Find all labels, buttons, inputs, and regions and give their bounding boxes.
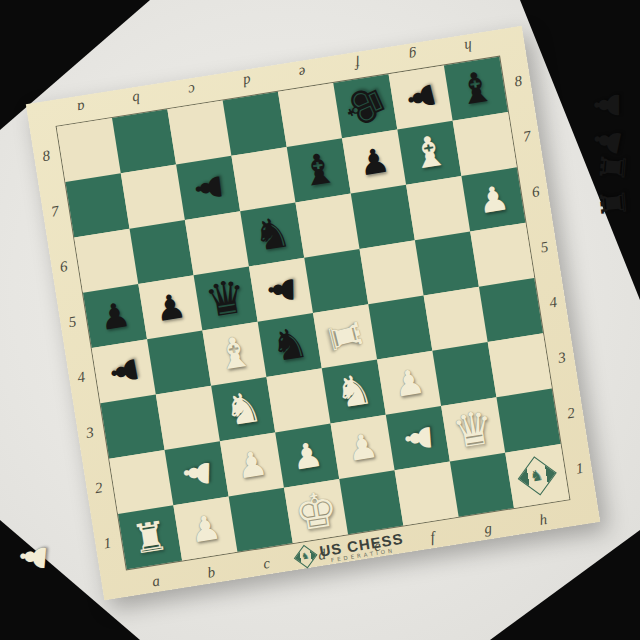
black-bishop: ♝ [454, 65, 498, 112]
black-bishop: ♝ [297, 147, 341, 194]
square-e5 [304, 249, 368, 313]
white-knight: ♞ [221, 385, 265, 432]
square-g4 [424, 287, 488, 351]
black-pawn-lying: ♟ [189, 171, 226, 205]
square-a8 [57, 118, 121, 182]
black-pawn: ♟ [153, 288, 188, 326]
square-f8: ♚ [333, 74, 397, 138]
square-e4: ♜ [313, 304, 377, 368]
square-d8 [223, 92, 287, 156]
square-g5 [415, 231, 479, 295]
square-b2: ♟ [165, 441, 229, 505]
square-d4: ♞ [258, 313, 322, 377]
square-c1 [229, 488, 293, 552]
square-f2: ♟ [386, 406, 450, 470]
square-f3: ♟ [377, 351, 441, 415]
white-pawn: ♟ [290, 436, 325, 474]
square-f5 [360, 240, 424, 304]
square-g7: ♝ [397, 121, 461, 185]
captured-black-pawns: ♟♟ [592, 88, 622, 158]
square-b1: ♟ [173, 496, 237, 560]
square-b4 [147, 331, 211, 395]
black-rook-captured: ♜ [594, 186, 631, 219]
captured-black-rooks: ♜♜ [598, 150, 628, 220]
white-pawn: ♟ [345, 428, 380, 466]
square-e2: ♟ [331, 415, 395, 479]
square-a4: ♟ [92, 339, 156, 403]
square-a2 [109, 450, 173, 514]
white-bishop: ♝ [213, 330, 257, 377]
square-a7 [65, 173, 129, 237]
white-pawn-lying: ♟ [400, 422, 436, 455]
white-pawn: ♟ [476, 180, 511, 218]
black-king-lying: ♚ [335, 77, 396, 136]
black-pawn-lying: ♟ [400, 79, 440, 117]
square-d7 [231, 147, 295, 211]
square-a1: ♜ [118, 505, 182, 569]
square-g6 [406, 176, 470, 240]
square-g8: ♟ [389, 65, 453, 129]
square-d6: ♞ [240, 202, 304, 266]
square-b7 [121, 165, 185, 229]
square-d3 [266, 368, 330, 432]
uscf-corner-emblem: ♞ [505, 444, 569, 508]
square-a6 [74, 229, 138, 293]
black-queen: ♛ [202, 273, 250, 325]
black-knight: ♞ [250, 211, 294, 258]
square-h7 [453, 112, 517, 176]
square-b6 [130, 220, 194, 284]
white-pawn: ♟ [234, 445, 269, 483]
square-b3 [156, 386, 220, 450]
square-d1: ♚ [284, 479, 348, 543]
square-a3 [101, 395, 165, 459]
knight-icon: ♞ [301, 551, 310, 561]
square-g1 [450, 453, 514, 517]
square-h1: ♞ [505, 444, 569, 508]
white-bishop: ♝ [407, 129, 451, 176]
square-c3: ♞ [211, 377, 275, 441]
square-h5 [470, 223, 534, 287]
black-pawn-captured: ♟ [590, 90, 624, 120]
square-d2: ♟ [275, 424, 339, 488]
white-rook: ♜ [129, 515, 171, 560]
square-c8 [167, 101, 231, 165]
square-h6: ♟ [461, 167, 525, 231]
square-c2: ♟ [220, 432, 284, 496]
white-knight: ♞ [332, 368, 376, 415]
square-c4: ♝ [202, 322, 266, 386]
black-knight: ♞ [268, 321, 312, 368]
black-pawn-lying: ♟ [264, 274, 299, 305]
white-queen: ♛ [449, 403, 497, 455]
square-a5: ♟ [83, 284, 147, 348]
square-c6 [185, 211, 249, 275]
square-e1 [339, 470, 403, 534]
square-h8: ♝ [444, 57, 508, 121]
square-c5: ♛ [194, 266, 258, 330]
chess-board: abcdefgh abcdefgh 87654321 87654321 ♚♟♝♟… [26, 26, 600, 600]
square-e6 [295, 194, 359, 258]
square-h4 [479, 278, 543, 342]
square-d5: ♟ [249, 258, 313, 322]
square-f1 [395, 461, 459, 525]
square-e3: ♞ [322, 360, 386, 424]
square-e7: ♝ [287, 138, 351, 202]
black-rook-captured: ♜ [594, 150, 631, 183]
black-pawn: ♟ [356, 142, 391, 180]
white-king: ♚ [291, 484, 341, 538]
board-border: abcdefgh abcdefgh 87654321 87654321 ♚♟♝♟… [26, 26, 600, 600]
white-pawn: ♟ [391, 364, 426, 402]
white-rook-lying: ♜ [321, 314, 368, 358]
black-pawn: ♟ [97, 297, 132, 335]
square-f6 [351, 185, 415, 249]
square-b5: ♟ [138, 275, 202, 339]
square-b8 [112, 109, 176, 173]
white-pawn-lying: ♟ [179, 458, 214, 489]
black-pawn-lying: ♟ [104, 353, 143, 389]
square-c7: ♟ [176, 156, 240, 220]
photo-scene: { "game": "chess", "scene_note": "Overhe… [0, 0, 640, 640]
knight-icon: ♞ [529, 467, 545, 484]
offboard-white-pawn: ♟ [18, 540, 48, 574]
white-pawn: ♟ [188, 509, 223, 547]
square-g2: ♛ [441, 397, 505, 461]
square-f4 [368, 295, 432, 359]
square-h2 [496, 389, 560, 453]
square-e8 [278, 83, 342, 147]
board-grid: ♚♟♝♟♝♟♝♞♟♟♟♛♟♟♝♞♜♞♞♟♟♟♟♟♟♛♜♟♚♞ [56, 56, 571, 571]
square-f7: ♟ [342, 130, 406, 194]
white-pawn-captured: ♟ [15, 540, 52, 573]
square-h3 [488, 333, 552, 397]
square-g3 [432, 342, 496, 406]
